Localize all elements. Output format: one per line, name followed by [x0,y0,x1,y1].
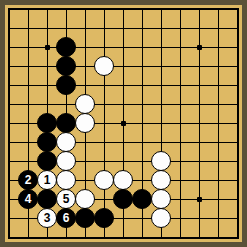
black-stone[interactable] [56,37,76,57]
black-stone[interactable] [56,56,76,76]
black-stone[interactable] [132,189,152,209]
move-3-stone[interactable]: 3 [37,208,57,228]
white-stone[interactable] [94,170,114,190]
move-5-stone[interactable]: 5 [56,189,76,209]
white-stone[interactable] [151,151,171,171]
grid-line-vertical [180,9,181,238]
white-stone[interactable] [113,170,133,190]
go-board[interactable]: 214536 [5,5,242,242]
hoshi-point [121,121,126,126]
move-6-stone[interactable]: 6 [56,208,76,228]
white-stone[interactable] [56,132,76,152]
hoshi-point [197,197,202,202]
go-diagram: 214536 [0,0,247,247]
move-1-stone[interactable]: 1 [37,170,57,190]
black-stone[interactable] [56,75,76,95]
grid-line-vertical [199,9,200,238]
white-stone[interactable] [75,94,95,114]
black-stone[interactable] [94,208,114,228]
white-stone[interactable] [56,151,76,171]
white-stone[interactable] [56,170,76,190]
black-stone[interactable] [37,189,57,209]
white-stone[interactable] [75,113,95,133]
black-stone[interactable] [37,132,57,152]
grid-line-vertical [218,9,219,238]
black-stone[interactable] [37,113,57,133]
white-stone[interactable] [94,56,114,76]
black-stone[interactable] [75,208,95,228]
hoshi-point [45,45,50,50]
white-stone[interactable] [151,170,171,190]
black-stone[interactable] [113,189,133,209]
move-2-stone[interactable]: 2 [18,170,38,190]
white-stone[interactable] [151,189,171,209]
hoshi-point [197,45,202,50]
move-4-stone[interactable]: 4 [18,189,38,209]
black-stone[interactable] [37,151,57,171]
white-stone[interactable] [75,189,95,209]
white-stone[interactable] [151,208,171,228]
black-stone[interactable] [56,113,76,133]
